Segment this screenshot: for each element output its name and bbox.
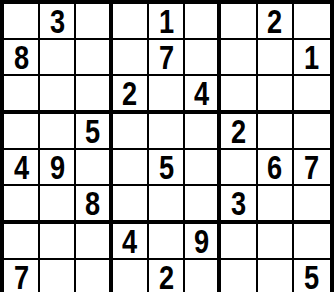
- cell-r5c7[interactable]: [221, 150, 257, 186]
- cell-r3c4[interactable]: 2: [113, 76, 149, 114]
- cell-r6c8[interactable]: [258, 186, 294, 224]
- given-digit: 9: [50, 150, 65, 184]
- given-digit: 8: [85, 186, 100, 220]
- cell-r1c8[interactable]: 2: [258, 4, 294, 40]
- cell-r5c6[interactable]: [185, 150, 221, 186]
- cell-r2c5[interactable]: 7: [149, 40, 185, 76]
- given-digit: 8: [14, 40, 29, 74]
- cell-r1c4[interactable]: [113, 4, 149, 40]
- given-digit: 4: [122, 224, 137, 258]
- cell-r6c9[interactable]: [294, 186, 330, 224]
- cell-r2c8[interactable]: [258, 40, 294, 76]
- cell-r2c9[interactable]: 1: [294, 40, 330, 76]
- cell-r5c5[interactable]: 5: [149, 150, 185, 186]
- cell-r7c3[interactable]: [76, 224, 112, 260]
- cell-r7c5[interactable]: [149, 224, 185, 260]
- cell-r6c1[interactable]: [4, 186, 40, 224]
- cell-r3c9[interactable]: [294, 76, 330, 114]
- cell-r4c5[interactable]: [149, 114, 185, 150]
- cell-r2c2[interactable]: [40, 40, 76, 76]
- cell-r4c8[interactable]: [258, 114, 294, 150]
- given-digit: 5: [85, 114, 100, 148]
- cell-r7c9[interactable]: [294, 224, 330, 260]
- sudoku-board: 3128712452495678349725631: [0, 0, 334, 292]
- cell-r6c5[interactable]: [149, 186, 185, 224]
- cell-r1c2[interactable]: 3: [40, 4, 76, 40]
- cell-r7c7[interactable]: [221, 224, 257, 260]
- cell-r8c3[interactable]: [76, 260, 112, 292]
- cell-r6c4[interactable]: [113, 186, 149, 224]
- cell-r3c5[interactable]: [149, 76, 185, 114]
- given-digit: 6: [267, 150, 282, 184]
- cell-r8c5[interactable]: 2: [149, 260, 185, 292]
- cell-r4c3[interactable]: 5: [76, 114, 112, 150]
- cell-r8c1[interactable]: 7: [4, 260, 40, 292]
- cell-r1c6[interactable]: [185, 4, 221, 40]
- cell-r8c7[interactable]: [221, 260, 257, 292]
- cell-r3c3[interactable]: [76, 76, 112, 114]
- cell-r2c3[interactable]: [76, 40, 112, 76]
- cell-r7c2[interactable]: [40, 224, 76, 260]
- cell-r6c3[interactable]: 8: [76, 186, 112, 224]
- cell-r8c6[interactable]: [185, 260, 221, 292]
- given-digit: 4: [194, 76, 209, 110]
- cell-r8c9[interactable]: 5: [294, 260, 330, 292]
- cell-r5c3[interactable]: [76, 150, 112, 186]
- cell-r3c1[interactable]: [4, 76, 40, 114]
- cell-r3c8[interactable]: [258, 76, 294, 114]
- cell-r4c4[interactable]: [113, 114, 149, 150]
- cell-r6c7[interactable]: 3: [221, 186, 257, 224]
- cell-r2c1[interactable]: 8: [4, 40, 40, 76]
- cell-r3c7[interactable]: [221, 76, 257, 114]
- cell-r7c4[interactable]: 4: [113, 224, 149, 260]
- given-digit: 2: [158, 260, 173, 292]
- cell-r5c2[interactable]: 9: [40, 150, 76, 186]
- cell-r1c7[interactable]: [221, 4, 257, 40]
- given-digit: 3: [50, 4, 65, 38]
- cell-r5c9[interactable]: 7: [294, 150, 330, 186]
- given-digit: 5: [304, 260, 319, 292]
- cell-r8c4[interactable]: [113, 260, 149, 292]
- given-digit: 1: [304, 40, 319, 74]
- cell-r8c2[interactable]: [40, 260, 76, 292]
- given-digit: 7: [158, 40, 173, 74]
- cell-r5c8[interactable]: 6: [258, 150, 294, 186]
- cell-r3c2[interactable]: [40, 76, 76, 114]
- cell-r4c9[interactable]: [294, 114, 330, 150]
- given-digit: 1: [158, 4, 173, 38]
- given-digit: 7: [304, 150, 319, 184]
- cell-r8c8[interactable]: [258, 260, 294, 292]
- cell-r6c2[interactable]: [40, 186, 76, 224]
- cell-r1c1[interactable]: [4, 4, 40, 40]
- cell-r1c5[interactable]: 1: [149, 4, 185, 40]
- cell-r7c8[interactable]: [258, 224, 294, 260]
- cell-r6c6[interactable]: [185, 186, 221, 224]
- cell-r4c7[interactable]: 2: [221, 114, 257, 150]
- cell-r4c1[interactable]: [4, 114, 40, 150]
- given-digit: 2: [122, 76, 137, 110]
- given-digit: 9: [194, 224, 209, 258]
- cell-r2c6[interactable]: [185, 40, 221, 76]
- given-digit: 2: [267, 4, 282, 38]
- cell-r4c2[interactable]: [40, 114, 76, 150]
- cell-r3c6[interactable]: 4: [185, 76, 221, 114]
- given-digit: 2: [231, 114, 246, 148]
- cell-r1c9[interactable]: [294, 4, 330, 40]
- cell-r4c6[interactable]: [185, 114, 221, 150]
- cell-r5c4[interactable]: [113, 150, 149, 186]
- given-digit: 7: [14, 260, 29, 292]
- cell-r1c3[interactable]: [76, 4, 112, 40]
- given-digit: 5: [158, 150, 173, 184]
- cell-r2c4[interactable]: [113, 40, 149, 76]
- cell-r5c1[interactable]: 4: [4, 150, 40, 186]
- cell-r7c6[interactable]: 9: [185, 224, 221, 260]
- cell-r7c1[interactable]: [4, 224, 40, 260]
- given-digit: 3: [231, 186, 246, 220]
- given-digit: 4: [14, 150, 29, 184]
- cell-r2c7[interactable]: [221, 40, 257, 76]
